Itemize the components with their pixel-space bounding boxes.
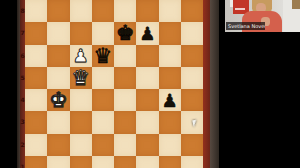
square-e2[interactable] (114, 134, 136, 156)
square-c2[interactable] (70, 134, 92, 156)
square-e8[interactable] (114, 0, 136, 22)
board-frame-edge-right (210, 0, 219, 168)
square-a8[interactable] (25, 0, 47, 22)
rank-label-4: 4 (20, 89, 25, 111)
square-c1[interactable] (70, 156, 92, 168)
square-f4[interactable] (136, 89, 158, 111)
square-a2[interactable] (25, 134, 47, 156)
square-g5[interactable] (159, 67, 181, 89)
square-h7[interactable] (181, 22, 203, 44)
white-queen[interactable]: ♛ (70, 67, 92, 89)
square-a7[interactable] (25, 22, 47, 44)
square-h8[interactable] (181, 0, 203, 22)
square-a1[interactable] (25, 156, 47, 168)
chess-board[interactable]: ♚♟♟♛♛♚♟ (25, 0, 203, 168)
square-b5[interactable] (47, 67, 69, 89)
square-c7[interactable] (70, 22, 92, 44)
black-pawn[interactable]: ♟ (136, 22, 158, 44)
square-c4[interactable] (70, 89, 92, 111)
square-e1[interactable] (114, 156, 136, 168)
square-d4[interactable] (92, 89, 114, 111)
rank-label-5: 5 (20, 67, 25, 89)
square-e5[interactable] (114, 67, 136, 89)
square-e6[interactable] (114, 45, 136, 67)
white-king[interactable]: ♚ (47, 89, 69, 111)
square-b3[interactable] (47, 111, 69, 133)
square-f5[interactable] (136, 67, 158, 89)
rank-label-3: 3 (20, 111, 25, 133)
square-h2[interactable] (181, 134, 203, 156)
square-a3[interactable] (25, 111, 47, 133)
rank-label-2: 2 (20, 134, 25, 156)
square-e4[interactable] (114, 89, 136, 111)
white-pawn[interactable]: ♟ (70, 45, 92, 67)
square-h4[interactable] (181, 89, 203, 111)
square-a4[interactable] (25, 89, 47, 111)
square-d5[interactable] (92, 67, 114, 89)
webcam-name-label: Svetlana Noved... (226, 22, 265, 30)
square-d1[interactable] (92, 156, 114, 168)
square-c3[interactable] (70, 111, 92, 133)
square-f1[interactable] (136, 156, 158, 168)
square-b6[interactable] (47, 45, 69, 67)
square-g6[interactable] (159, 45, 181, 67)
black-pawn[interactable]: ♟ (159, 89, 181, 111)
square-b2[interactable] (47, 134, 69, 156)
rank-label-6: 6 (20, 45, 25, 67)
square-d8[interactable] (92, 0, 114, 22)
square-a5[interactable] (25, 67, 47, 89)
black-king[interactable]: ♚ (114, 22, 136, 44)
square-c8[interactable] (70, 0, 92, 22)
square-h1[interactable] (181, 156, 203, 168)
square-f8[interactable] (136, 0, 158, 22)
square-b8[interactable] (47, 0, 69, 22)
webcam-cabinet (292, 0, 300, 9)
square-f2[interactable] (136, 134, 158, 156)
board-border-right (203, 0, 210, 168)
square-g1[interactable] (159, 156, 181, 168)
square-g2[interactable] (159, 134, 181, 156)
square-g3[interactable] (159, 111, 181, 133)
square-e3[interactable] (114, 111, 136, 133)
square-g7[interactable] (159, 22, 181, 44)
webcam-poster-text (235, 8, 245, 10)
square-d3[interactable] (92, 111, 114, 133)
rank-label-1: 1 (20, 156, 25, 168)
webcam-video: Svetlana Noved... (225, 0, 300, 32)
square-b1[interactable] (47, 156, 69, 168)
square-g8[interactable] (159, 0, 181, 22)
black-queen[interactable]: ♛ (92, 45, 114, 67)
square-h5[interactable] (181, 67, 203, 89)
square-d2[interactable] (92, 134, 114, 156)
square-f6[interactable] (136, 45, 158, 67)
square-f3[interactable] (136, 111, 158, 133)
square-b7[interactable] (47, 22, 69, 44)
rank-label-8: 8 (20, 0, 25, 22)
square-d7[interactable] (92, 22, 114, 44)
square-h6[interactable] (181, 45, 203, 67)
video-frame: ♚♟♟♛♛♚♟ Svetlana Noved... 87654321 (0, 0, 300, 168)
rank-label-7: 7 (20, 22, 25, 44)
square-a6[interactable] (25, 45, 47, 67)
